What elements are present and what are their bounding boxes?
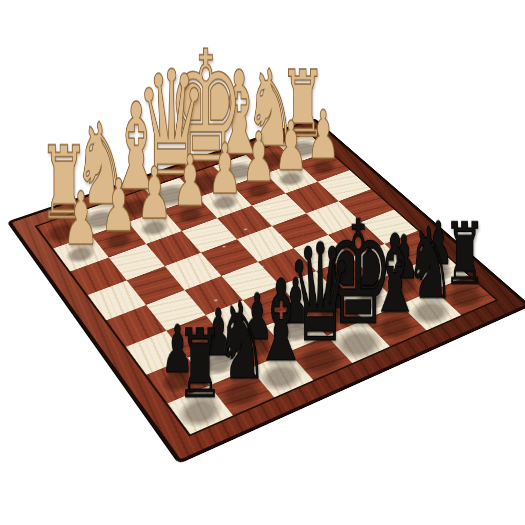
piece-glyph: ♜ bbox=[177, 318, 224, 413]
piece-glyph: ♟ bbox=[241, 123, 275, 192]
piece-glyph: ♟ bbox=[62, 182, 98, 256]
piece-glyph: ♟ bbox=[137, 158, 172, 230]
piece-glyph: ♟ bbox=[207, 135, 241, 205]
photo-canvas: ♜♞♝♚♛♝♞♜♟♟♟♟♟♟♟♟♟♟♟♟♟♟♟♟♜♞♝♚♛♝♞♜ bbox=[0, 0, 525, 525]
piece-glyph: ♟ bbox=[307, 102, 340, 169]
piece-glyph: ♟ bbox=[274, 112, 308, 180]
piece-glyph: ♟ bbox=[100, 170, 136, 243]
piece-glyph: ♟ bbox=[173, 146, 208, 217]
chess-board: ♜♞♝♚♛♝♞♜♟♟♟♟♟♟♟♟♟♟♟♟♟♟♟♟♜♞♝♚♛♝♞♜ bbox=[8, 118, 525, 463]
